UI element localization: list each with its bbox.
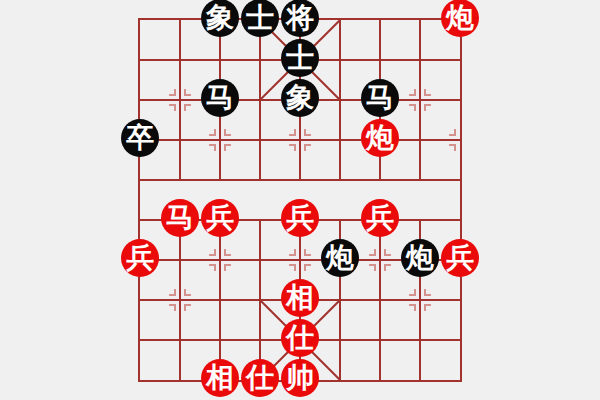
piece-black-elephant-2[interactable]: 象 (281, 79, 319, 117)
piece-red-pawn-2[interactable]: 兵 (281, 199, 319, 237)
piece-red-cannon-1[interactable]: 炮 (441, 0, 479, 37)
piece-red-pawn-1[interactable]: 兵 (201, 199, 239, 237)
piece-red-horse-1[interactable]: 马 (161, 199, 199, 237)
piece-red-elephant-2[interactable]: 相 (201, 359, 239, 397)
piece-black-advisor-1[interactable]: 士 (241, 0, 279, 37)
piece-red-pawn-5[interactable]: 兵 (441, 239, 479, 277)
piece-red-pawn-4[interactable]: 兵 (121, 239, 159, 277)
piece-red-advisor-1[interactable]: 仕 (281, 319, 319, 357)
piece-black-elephant-1[interactable]: 象 (201, 0, 239, 37)
piece-black-general[interactable]: 将 (281, 0, 319, 37)
piece-red-general[interactable]: 帅 (281, 359, 319, 397)
piece-black-cannon-2[interactable]: 炮 (401, 239, 439, 277)
piece-black-horse-1[interactable]: 马 (201, 79, 239, 117)
piece-red-pawn-3[interactable]: 兵 (361, 199, 399, 237)
piece-black-horse-2[interactable]: 马 (361, 79, 399, 117)
piece-black-advisor-2[interactable]: 士 (281, 39, 319, 77)
xiangqi-screenshot: 象士将士马象马卒炮炮炮炮马兵兵兵兵兵相仕相仕帅 (0, 0, 600, 400)
piece-black-cannon-1[interactable]: 炮 (321, 239, 359, 277)
xiangqi-board[interactable]: 象士将士马象马卒炮炮炮炮马兵兵兵兵兵相仕相仕帅 (138, 18, 462, 382)
pieces-layer: 象士将士马象马卒炮炮炮炮马兵兵兵兵兵相仕相仕帅 (140, 20, 460, 380)
piece-red-cannon-2[interactable]: 炮 (361, 119, 399, 157)
piece-red-advisor-2[interactable]: 仕 (241, 359, 279, 397)
piece-red-elephant-1[interactable]: 相 (281, 279, 319, 317)
piece-black-pawn-1[interactable]: 卒 (121, 119, 159, 157)
